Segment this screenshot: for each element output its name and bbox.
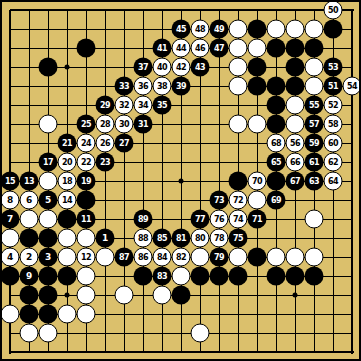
move-number: 51 [328,82,338,90]
stone-black-67: 67 [286,172,305,191]
stone-black-17: 17 [39,153,58,172]
stone-white [1,305,20,324]
stone-white-44: 44 [172,39,191,58]
move-number: 47 [214,44,224,52]
stone-black [229,172,248,191]
stone-white [191,248,210,267]
stone-white [248,39,267,58]
stone-white-24: 24 [77,134,96,153]
move-number: 23 [100,158,110,166]
move-number: 9 [26,272,32,281]
move-number: 71 [252,215,262,223]
stone-white [77,286,96,305]
stone-black-7: 7 [1,210,20,229]
stone-white [20,324,39,343]
grid-vline [351,10,353,354]
move-number: 82 [176,253,186,261]
move-number: 81 [176,234,186,242]
move-number: 65 [271,158,281,166]
stone-black [77,39,96,58]
move-number: 59 [309,139,319,147]
stone-black-77: 77 [191,210,210,229]
move-number: 6 [26,196,32,205]
stone-white [96,248,115,267]
stone-white [20,210,39,229]
stone-black-69: 69 [267,191,286,210]
move-number: 18 [62,177,72,185]
stone-black-13: 13 [20,172,39,191]
stone-white-8: 8 [1,191,20,210]
move-number: 4 [7,253,13,262]
stone-black [248,77,267,96]
stone-black-57: 57 [305,115,324,134]
stone-white [248,115,267,134]
move-number: 21 [62,139,72,147]
stone-black-61: 61 [305,153,324,172]
stone-white [191,324,210,343]
stone-black-21: 21 [58,134,77,153]
stone-white [229,248,248,267]
stone-black [20,305,39,324]
move-number: 50 [328,6,338,14]
stone-white [77,305,96,324]
stone-white-68: 68 [267,134,286,153]
move-number: 15 [5,177,15,185]
move-number: 35 [157,101,167,109]
stone-white-48: 48 [191,20,210,39]
stone-white-58: 58 [324,115,343,134]
move-number: 56 [290,139,300,147]
move-number: 89 [138,215,148,223]
stone-black-9: 9 [20,267,39,286]
stone-black [58,210,77,229]
stone-white-20: 20 [58,153,77,172]
stone-black [286,58,305,77]
stone-white [229,77,248,96]
move-number: 17 [43,158,53,166]
stone-black-81: 81 [172,229,191,248]
move-number: 86 [138,253,148,261]
move-number: 64 [328,177,338,185]
move-number: 8 [7,196,13,205]
stone-white [305,77,324,96]
stone-black-55: 55 [305,96,324,115]
move-number: 60 [328,139,338,147]
stone-black [267,172,286,191]
move-number: 13 [24,177,34,185]
stone-white-74: 74 [229,210,248,229]
stone-white-26: 26 [96,134,115,153]
stone-black-71: 71 [248,210,267,229]
move-number: 76 [214,215,224,223]
move-number: 73 [214,196,224,204]
stone-white-56: 56 [286,134,305,153]
move-number: 24 [81,139,91,147]
stone-white-22: 22 [77,153,96,172]
move-number: 30 [119,120,129,128]
move-number: 63 [309,177,319,185]
stone-white [229,20,248,39]
stone-black-1: 1 [96,229,115,248]
stone-white [286,20,305,39]
move-number: 34 [138,101,148,109]
stone-black-85: 85 [153,229,172,248]
stone-black-37: 37 [134,58,153,77]
stone-black-53: 53 [324,58,343,77]
stone-black-75: 75 [229,229,248,248]
go-board[interactable]: 5045484941444647374042435333363839515429… [0,0,361,361]
move-number: 22 [81,158,91,166]
move-number: 33 [119,82,129,90]
move-number: 77 [195,215,205,223]
stone-white [77,229,96,248]
move-number: 1 [102,234,108,243]
stone-white-76: 76 [210,210,229,229]
stone-white-38: 38 [153,77,172,96]
move-number: 14 [62,196,72,204]
move-number: 70 [252,177,262,185]
stone-black [267,115,286,134]
stone-white [39,210,58,229]
move-number: 39 [176,82,186,90]
stone-black-39: 39 [172,77,191,96]
stone-white [286,248,305,267]
stone-black-23: 23 [96,153,115,172]
stone-black-33: 33 [115,77,134,96]
stone-black [267,267,286,286]
stone-black [39,305,58,324]
stone-black-45: 45 [172,20,191,39]
move-number: 45 [176,25,186,33]
move-number: 87 [119,253,129,261]
move-number: 72 [233,196,243,204]
stone-black [229,267,248,286]
stone-white [39,115,58,134]
move-number: 5 [45,196,51,205]
stone-black [210,267,229,286]
stone-white [305,58,324,77]
move-number: 12 [81,253,91,261]
stone-black-11: 11 [77,210,96,229]
stone-black-19: 19 [77,172,96,191]
stone-black-51: 51 [324,77,343,96]
stone-black [39,267,58,286]
stone-white-42: 42 [172,58,191,77]
stone-white [115,286,134,305]
stone-white-72: 72 [229,191,248,210]
move-number: 29 [100,101,110,109]
move-number: 74 [233,215,243,223]
move-number: 28 [100,120,110,128]
stone-black [248,58,267,77]
move-number: 75 [233,234,243,242]
stone-black [286,267,305,286]
stone-white [248,191,267,210]
stone-black [58,267,77,286]
move-number: 27 [119,139,129,147]
stone-white-62: 62 [324,153,343,172]
move-number: 83 [157,272,167,280]
stone-white-12: 12 [77,248,96,267]
stone-white [229,115,248,134]
stone-white-46: 46 [191,39,210,58]
move-number: 25 [81,120,91,128]
move-number: 54 [347,82,357,90]
stone-black-89: 89 [134,210,153,229]
stone-white [305,20,324,39]
move-number: 80 [195,234,205,242]
stone-white-52: 52 [324,96,343,115]
stone-black [248,248,267,267]
move-number: 32 [119,101,129,109]
move-number: 52 [328,101,338,109]
move-number: 57 [309,120,319,128]
stone-black [191,267,210,286]
move-number: 44 [176,44,186,52]
move-number: 26 [100,139,110,147]
stone-white-78: 78 [210,229,229,248]
stone-black-41: 41 [153,39,172,58]
stone-black [248,20,267,39]
move-number: 61 [309,158,319,166]
stone-white-30: 30 [115,115,134,134]
move-number: 58 [328,120,338,128]
move-number: 19 [81,177,91,185]
stone-black-5: 5 [39,191,58,210]
stone-black [305,267,324,286]
stone-black [20,229,39,248]
stone-white-40: 40 [153,58,172,77]
stone-black-83: 83 [153,267,172,286]
stone-white [267,20,286,39]
stone-white-84: 84 [153,248,172,267]
stone-black-25: 25 [77,115,96,134]
stone-white [267,248,286,267]
move-number: 85 [157,234,167,242]
stone-white-60: 60 [324,134,343,153]
move-number: 88 [138,234,148,242]
stone-white [77,267,96,286]
stone-white-4: 4 [1,248,20,267]
stone-white [305,248,324,267]
move-number: 42 [176,63,186,71]
stone-white-66: 66 [286,153,305,172]
stone-black-43: 43 [191,58,210,77]
stone-black [172,286,191,305]
move-number: 49 [214,25,224,33]
move-number: 78 [214,234,224,242]
stone-white [58,229,77,248]
move-number: 3 [45,253,51,262]
move-number: 40 [157,63,167,71]
stone-black [305,39,324,58]
stone-white [286,115,305,134]
stone-black-35: 35 [153,96,172,115]
stone-white-64: 64 [324,172,343,191]
stone-black-73: 73 [210,191,229,210]
stone-black-59: 59 [305,134,324,153]
grid-vline [219,10,220,353]
move-number: 66 [290,158,300,166]
stone-white-2: 2 [20,248,39,267]
move-number: 7 [7,215,13,224]
stone-white [305,210,324,229]
move-number: 43 [195,63,205,71]
stone-white-54: 54 [343,77,361,96]
move-number: 69 [271,196,281,204]
stone-white [229,39,248,58]
move-number: 38 [157,82,167,90]
stone-white [39,172,58,191]
stone-black [39,58,58,77]
stone-black-65: 65 [267,153,286,172]
stone-black [267,77,286,96]
stone-black [286,39,305,58]
stone-black [286,77,305,96]
grid-hline [10,351,354,353]
star-point [65,293,70,298]
move-number: 41 [157,44,167,52]
star-point [179,179,184,184]
stone-black-29: 29 [96,96,115,115]
star-point [65,65,70,70]
stone-black [134,267,153,286]
stone-white-50: 50 [324,1,343,20]
stone-white-70: 70 [248,172,267,191]
stone-white-34: 34 [134,96,153,115]
stone-black-79: 79 [210,248,229,267]
stone-black [324,20,343,39]
stone-black [267,39,286,58]
stone-black-27: 27 [115,134,134,153]
move-number: 55 [309,101,319,109]
move-number: 46 [195,44,205,52]
stone-white-86: 86 [134,248,153,267]
move-number: 67 [290,177,300,185]
stone-black-3: 3 [39,248,58,267]
move-number: 11 [81,215,91,223]
stone-black-31: 31 [134,115,153,134]
stone-black [77,191,96,210]
move-number: 68 [271,139,281,147]
stone-black-49: 49 [210,20,229,39]
move-number: 20 [62,158,72,166]
stone-black-87: 87 [115,248,134,267]
grid-hline [10,9,354,11]
stone-black [267,96,286,115]
stone-black [39,229,58,248]
stone-white-32: 32 [115,96,134,115]
move-number: 36 [138,82,148,90]
move-number: 84 [157,253,167,261]
move-number: 37 [138,63,148,71]
stone-white [229,58,248,77]
stone-black-15: 15 [1,172,20,191]
stone-white [39,324,58,343]
move-number: 53 [328,63,338,71]
stone-white-36: 36 [134,77,153,96]
grid-hline [10,333,353,334]
move-number: 79 [214,253,224,261]
stone-black [1,267,20,286]
move-number: 48 [195,25,205,33]
stone-white [153,286,172,305]
stone-white-28: 28 [96,115,115,134]
stone-white-80: 80 [191,229,210,248]
stone-white [58,305,77,324]
star-point [293,293,298,298]
move-number: 2 [26,253,32,262]
stone-white [172,267,191,286]
stone-white-14: 14 [58,191,77,210]
stone-white-88: 88 [134,229,153,248]
stone-black-47: 47 [210,39,229,58]
stone-black-63: 63 [305,172,324,191]
stone-black [39,286,58,305]
stone-white-18: 18 [58,172,77,191]
stone-black [20,286,39,305]
stone-white [58,248,77,267]
stone-white-82: 82 [172,248,191,267]
stone-white [1,229,20,248]
move-number: 62 [328,158,338,166]
move-number: 31 [138,120,148,128]
stone-white [286,96,305,115]
stone-white-6: 6 [20,191,39,210]
